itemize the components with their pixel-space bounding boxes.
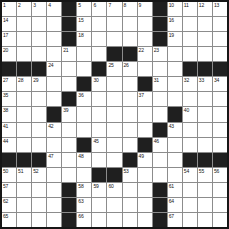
cell-r3c3[interactable] (32, 32, 46, 46)
cell-r5c6[interactable] (77, 62, 91, 76)
black-cell-r5c13 (183, 62, 197, 76)
clue-number-57: 57 (3, 183, 8, 189)
black-cell-r1c11 (153, 2, 167, 16)
clue-number-30: 30 (93, 77, 98, 83)
cell-r6c13[interactable]: 32 (183, 77, 197, 91)
clue-number-48: 48 (78, 153, 83, 159)
cell-r6c11[interactable]: 31 (153, 77, 167, 91)
black-cell-r14c11 (153, 198, 167, 212)
cell-r10c5[interactable] (62, 138, 76, 152)
clue-number-5: 5 (78, 2, 81, 8)
cell-r7c2[interactable] (17, 92, 31, 106)
cell-r13c2[interactable] (17, 183, 31, 197)
cell-r10c1[interactable]: 44 (2, 138, 16, 152)
black-cell-r15c11 (153, 213, 167, 227)
cell-r6c1[interactable]: 27 (2, 77, 16, 91)
black-cell-r4c9 (123, 47, 137, 61)
black-cell-r12c8 (107, 168, 121, 182)
cell-r12c5[interactable] (62, 168, 76, 182)
cell-r12c4[interactable] (47, 168, 61, 182)
cell-r8c1[interactable]: 38 (2, 107, 16, 121)
clue-number-20: 20 (3, 47, 8, 53)
cell-r11c10[interactable]: 49 (138, 153, 152, 167)
clue-number-19: 19 (169, 32, 174, 38)
clue-number-18: 18 (78, 32, 83, 38)
clue-number-37: 37 (139, 92, 144, 98)
clue-number-11: 11 (184, 2, 189, 8)
black-cell-r5c1 (2, 62, 16, 76)
cell-r12c14[interactable]: 55 (198, 168, 212, 182)
cell-r9c12[interactable]: 43 (168, 123, 182, 137)
cell-r15c1[interactable]: 65 (2, 213, 16, 227)
cell-r9c10[interactable] (138, 123, 152, 137)
cell-r14c1[interactable]: 62 (2, 198, 16, 212)
cell-r7c1[interactable]: 35 (2, 92, 16, 106)
clue-number-44: 44 (3, 138, 8, 144)
cell-r3c1[interactable]: 17 (2, 32, 16, 46)
clue-number-56: 56 (214, 168, 219, 174)
cell-r4c14[interactable] (198, 47, 212, 61)
cell-r8c14[interactable] (198, 107, 212, 121)
black-cell-r2c5 (62, 17, 76, 31)
cell-r10c15[interactable] (213, 138, 227, 152)
cell-r11c11[interactable] (153, 153, 167, 167)
black-cell-r8c12 (168, 107, 182, 121)
cell-r10c8[interactable] (107, 138, 121, 152)
clue-number-26: 26 (124, 62, 129, 68)
cell-r1c15[interactable]: 13 (213, 2, 227, 16)
cell-r8c13[interactable]: 40 (183, 107, 197, 121)
clue-number-24: 24 (48, 62, 53, 68)
cell-r10c3[interactable] (32, 138, 46, 152)
cell-r4c11[interactable]: 23 (153, 47, 167, 61)
cell-r3c12[interactable]: 19 (168, 32, 182, 46)
cell-r15c14[interactable] (198, 213, 212, 227)
cell-r7c8[interactable] (107, 92, 121, 106)
cell-r14c4[interactable] (47, 198, 61, 212)
cell-r8c5[interactable]: 39 (62, 107, 76, 121)
cell-r10c11[interactable]: 46 (153, 138, 167, 152)
cell-r5c12[interactable] (168, 62, 182, 76)
cell-r3c14[interactable] (198, 32, 212, 46)
clue-number-39: 39 (63, 107, 68, 113)
black-cell-r12c7 (92, 168, 106, 182)
cell-r11c12[interactable] (168, 153, 182, 167)
clue-number-54: 54 (184, 168, 189, 174)
cell-r8c9[interactable] (123, 107, 137, 121)
cell-r5c11[interactable] (153, 62, 167, 76)
cell-r3c4[interactable] (47, 32, 61, 46)
clue-number-25: 25 (108, 62, 113, 68)
cell-r4c1[interactable]: 20 (2, 47, 16, 61)
cell-r3c10[interactable] (138, 32, 152, 46)
cell-r9c9[interactable] (123, 123, 137, 137)
cell-r3c9[interactable] (123, 32, 137, 46)
cell-r6c12[interactable] (168, 77, 182, 91)
cell-r3c15[interactable] (213, 32, 227, 46)
cell-r8c7[interactable] (92, 107, 106, 121)
clue-number-36: 36 (78, 92, 83, 98)
cell-r3c7[interactable] (92, 32, 106, 46)
cell-r6c4[interactable] (47, 77, 61, 91)
clue-number-23: 23 (154, 47, 159, 53)
cell-r8c15[interactable] (213, 107, 227, 121)
cell-r14c15[interactable] (213, 198, 227, 212)
clue-number-27: 27 (3, 77, 8, 83)
cell-r3c6[interactable]: 18 (77, 32, 91, 46)
cell-r4c3[interactable] (32, 47, 46, 61)
clue-number-49: 49 (139, 153, 144, 159)
black-cell-r6c6 (77, 77, 91, 91)
cell-r6c15[interactable]: 34 (213, 77, 227, 91)
cell-r10c4[interactable] (47, 138, 61, 152)
cell-r11c8[interactable] (107, 153, 121, 167)
cell-r3c2[interactable] (17, 32, 31, 46)
cell-r1c4[interactable]: 4 (47, 2, 61, 16)
black-cell-r8c4 (47, 107, 61, 121)
clue-number-50: 50 (3, 168, 8, 174)
black-cell-r4c8 (107, 47, 121, 61)
cell-r2c2[interactable] (17, 17, 31, 31)
cell-r12c6[interactable] (77, 168, 91, 182)
cell-r2c12[interactable]: 16 (168, 17, 182, 31)
black-cell-r11c9 (123, 153, 137, 167)
cell-r4c15[interactable] (213, 47, 227, 61)
cell-r3c8[interactable] (107, 32, 121, 46)
cell-r15c9[interactable] (123, 213, 137, 227)
cell-r2c9[interactable] (123, 17, 137, 31)
cell-r10c9[interactable] (123, 138, 137, 152)
cell-r6c7[interactable]: 30 (92, 77, 106, 91)
cell-r14c7[interactable] (92, 198, 106, 212)
cell-r15c12[interactable]: 67 (168, 213, 182, 227)
cell-r4c10[interactable]: 22 (138, 47, 152, 61)
black-cell-r11c15 (213, 153, 227, 167)
clue-number-22: 22 (139, 47, 144, 53)
cell-r15c6[interactable]: 66 (77, 213, 91, 227)
black-cell-r11c14 (198, 153, 212, 167)
clue-number-43: 43 (169, 123, 174, 129)
clue-number-17: 17 (3, 32, 8, 38)
cell-r7c15[interactable] (213, 92, 227, 106)
clue-number-63: 63 (78, 198, 83, 204)
clue-number-1: 1 (3, 2, 6, 8)
black-cell-r5c2 (17, 62, 31, 76)
clue-number-40: 40 (184, 107, 189, 113)
cell-r9c6[interactable] (77, 123, 91, 137)
cell-r1c10[interactable]: 9 (138, 2, 152, 16)
cell-r9c7[interactable] (92, 123, 106, 137)
cell-r6c5[interactable] (62, 77, 76, 91)
cell-r9c1[interactable]: 41 (2, 123, 16, 137)
cell-r7c14[interactable] (198, 92, 212, 106)
cell-r8c8[interactable] (107, 107, 121, 121)
clue-number-59: 59 (93, 183, 98, 189)
clue-number-14: 14 (3, 17, 8, 23)
cell-r2c3[interactable] (32, 17, 46, 31)
cell-r6c14[interactable]: 33 (198, 77, 212, 91)
black-cell-r1c5 (62, 2, 76, 16)
clue-number-45: 45 (93, 138, 98, 144)
clue-number-42: 42 (48, 123, 53, 129)
cell-r5c10[interactable] (138, 62, 152, 76)
clue-number-61: 61 (169, 183, 174, 189)
cell-r10c14[interactable] (198, 138, 212, 152)
cell-r11c5[interactable] (62, 153, 76, 167)
cell-r7c12[interactable] (168, 92, 182, 106)
cell-r13c8[interactable]: 60 (107, 183, 121, 197)
clue-number-7: 7 (108, 2, 111, 8)
cell-r13c14[interactable] (198, 183, 212, 197)
clue-number-64: 64 (169, 198, 174, 204)
cell-r1c9[interactable]: 8 (123, 2, 137, 16)
black-cell-r14c5 (62, 198, 76, 212)
cell-r1c14[interactable]: 12 (198, 2, 212, 16)
clue-number-33: 33 (199, 77, 204, 83)
cell-r8c10[interactable] (138, 107, 152, 121)
cell-r5c9[interactable]: 26 (123, 62, 137, 76)
cell-r7c10[interactable]: 37 (138, 92, 152, 106)
cell-r4c4[interactable] (47, 47, 61, 61)
cell-r1c13[interactable]: 11 (183, 2, 197, 16)
cell-r15c2[interactable] (17, 213, 31, 227)
clue-number-8: 8 (124, 2, 127, 8)
cell-r12c10[interactable] (138, 168, 152, 182)
cell-r13c6[interactable]: 58 (77, 183, 91, 197)
cell-r12c3[interactable]: 52 (32, 168, 46, 182)
cell-r4c7[interactable] (92, 47, 106, 61)
clue-number-62: 62 (3, 198, 8, 204)
cell-r9c15[interactable] (213, 123, 227, 137)
clue-number-67: 67 (169, 213, 174, 219)
crossword-board: 1234567891011121314151617181920212223242… (0, 0, 229, 229)
clue-number-60: 60 (108, 183, 113, 189)
cell-r14c12[interactable]: 64 (168, 198, 182, 212)
cell-r1c8[interactable]: 7 (107, 2, 121, 16)
black-cell-r13c11 (153, 183, 167, 197)
cell-r14c3[interactable] (32, 198, 46, 212)
cell-r14c8[interactable] (107, 198, 121, 212)
cell-r9c4[interactable]: 42 (47, 123, 61, 137)
black-cell-r11c1 (2, 153, 16, 167)
cell-r13c13[interactable] (183, 183, 197, 197)
cell-r2c6[interactable]: 15 (77, 17, 91, 31)
black-cell-r9c11 (153, 123, 167, 137)
cell-r2c13[interactable] (183, 17, 197, 31)
black-cell-r6c10 (138, 77, 152, 91)
clue-number-53: 53 (124, 168, 129, 174)
black-cell-r7c5 (62, 92, 76, 106)
clue-number-28: 28 (18, 77, 23, 83)
cell-r6c8[interactable] (107, 77, 121, 91)
cell-r13c7[interactable]: 59 (92, 183, 106, 197)
cell-r7c9[interactable] (123, 92, 137, 106)
cell-r13c1[interactable]: 57 (2, 183, 16, 197)
cell-r8c3[interactable] (32, 107, 46, 121)
clue-number-41: 41 (3, 123, 8, 129)
clue-number-3: 3 (33, 2, 36, 8)
clue-number-12: 12 (199, 2, 204, 8)
black-cell-r5c14 (198, 62, 212, 76)
clue-number-65: 65 (3, 213, 8, 219)
clue-number-52: 52 (33, 168, 38, 174)
black-cell-r3c5 (62, 32, 76, 46)
cell-r15c7[interactable] (92, 213, 106, 227)
clue-number-13: 13 (214, 2, 219, 8)
cell-r2c1[interactable]: 14 (2, 17, 16, 31)
cell-r10c7[interactable]: 45 (92, 138, 106, 152)
cell-r9c5[interactable] (62, 123, 76, 137)
cell-r12c15[interactable]: 56 (213, 168, 227, 182)
black-cell-r13c5 (62, 183, 76, 197)
clue-number-15: 15 (78, 17, 83, 23)
cell-r7c3[interactable] (32, 92, 46, 106)
cell-r9c14[interactable] (198, 123, 212, 137)
clue-number-47: 47 (48, 153, 53, 159)
cell-r13c3[interactable] (32, 183, 46, 197)
clue-number-34: 34 (214, 77, 219, 83)
cell-r15c8[interactable] (107, 213, 121, 227)
cell-r2c14[interactable] (198, 17, 212, 31)
clue-number-10: 10 (169, 2, 174, 8)
cell-r7c13[interactable] (183, 92, 197, 106)
clue-number-32: 32 (184, 77, 189, 83)
cell-r15c13[interactable] (183, 213, 197, 227)
black-cell-r11c3 (32, 153, 46, 167)
cell-r12c9[interactable]: 53 (123, 168, 137, 182)
cell-r7c6[interactable]: 36 (77, 92, 91, 106)
cell-r10c12[interactable] (168, 138, 182, 152)
cell-r1c7[interactable]: 6 (92, 2, 106, 16)
black-cell-r3c11 (153, 32, 167, 46)
black-cell-r5c7 (92, 62, 106, 76)
cell-r15c3[interactable] (32, 213, 46, 227)
cell-r9c2[interactable] (17, 123, 31, 137)
black-cell-r15c5 (62, 213, 76, 227)
clue-number-58: 58 (78, 183, 83, 189)
black-cell-r11c2 (17, 153, 31, 167)
black-cell-r2c11 (153, 17, 167, 31)
clue-number-4: 4 (48, 2, 51, 8)
black-cell-r5c3 (32, 62, 46, 76)
cell-r13c9[interactable] (123, 183, 137, 197)
black-cell-r10c6 (77, 138, 91, 152)
cell-r6c2[interactable]: 28 (17, 77, 31, 91)
cell-r6c3[interactable]: 29 (32, 77, 46, 91)
cell-r2c8[interactable] (107, 17, 121, 31)
cell-r12c2[interactable]: 51 (17, 168, 31, 182)
clue-number-16: 16 (169, 17, 174, 23)
cell-r7c4[interactable] (47, 92, 61, 106)
black-cell-r10c10 (138, 138, 152, 152)
cell-r2c15[interactable] (213, 17, 227, 31)
clue-number-2: 2 (18, 2, 21, 8)
cell-r12c12[interactable] (168, 168, 182, 182)
cell-r9c13[interactable] (183, 123, 197, 137)
cell-r1c6[interactable]: 5 (77, 2, 91, 16)
cell-r14c6[interactable]: 63 (77, 198, 91, 212)
cell-r13c12[interactable]: 61 (168, 183, 182, 197)
cell-r15c4[interactable] (47, 213, 61, 227)
cell-r5c8[interactable]: 25 (107, 62, 121, 76)
cell-r13c15[interactable] (213, 183, 227, 197)
clue-number-9: 9 (139, 2, 142, 8)
cell-r12c1[interactable]: 50 (2, 168, 16, 182)
black-cell-r11c13 (183, 153, 197, 167)
cell-r4c6[interactable] (77, 47, 91, 61)
cell-r2c7[interactable] (92, 17, 106, 31)
clue-number-35: 35 (3, 92, 8, 98)
cell-r4c12[interactable] (168, 47, 182, 61)
cell-r11c4[interactable]: 47 (47, 153, 61, 167)
cell-r1c2[interactable]: 2 (17, 2, 31, 16)
clue-number-6: 6 (93, 2, 96, 8)
cell-r5c4[interactable]: 24 (47, 62, 61, 76)
cell-r14c9[interactable] (123, 198, 137, 212)
cell-r4c2[interactable] (17, 47, 31, 61)
black-cell-r5c15 (213, 62, 227, 76)
cell-r9c3[interactable] (32, 123, 46, 137)
cell-r15c15[interactable] (213, 213, 227, 227)
clue-number-29: 29 (33, 77, 38, 83)
cell-r4c13[interactable] (183, 47, 197, 61)
clue-number-31: 31 (154, 77, 159, 83)
cell-r14c10[interactable] (138, 198, 152, 212)
cell-r8c11[interactable] (153, 107, 167, 121)
cell-r15c10[interactable] (138, 213, 152, 227)
cell-r10c2[interactable] (17, 138, 31, 152)
cell-r2c10[interactable] (138, 17, 152, 31)
cell-r13c10[interactable] (138, 183, 152, 197)
clue-number-55: 55 (199, 168, 204, 174)
clue-number-66: 66 (78, 213, 83, 219)
cell-r13c4[interactable] (47, 183, 61, 197)
clue-number-21: 21 (63, 47, 68, 53)
cell-r12c11[interactable] (153, 168, 167, 182)
clue-number-51: 51 (18, 168, 23, 174)
cell-r3c13[interactable] (183, 32, 197, 46)
clue-number-38: 38 (3, 107, 8, 113)
cell-r14c2[interactable] (17, 198, 31, 212)
cell-r12c13[interactable]: 54 (183, 168, 197, 182)
cell-r7c7[interactable] (92, 92, 106, 106)
cell-r14c14[interactable] (198, 198, 212, 212)
cell-r11c7[interactable] (92, 153, 106, 167)
cell-r9c8[interactable] (107, 123, 121, 137)
cell-r8c6[interactable] (77, 107, 91, 121)
cell-r7c11[interactable] (153, 92, 167, 106)
cell-r14c13[interactable] (183, 198, 197, 212)
cell-r8c2[interactable] (17, 107, 31, 121)
cell-r1c12[interactable]: 10 (168, 2, 182, 16)
cell-r1c3[interactable]: 3 (32, 2, 46, 16)
cell-r11c6[interactable]: 48 (77, 153, 91, 167)
cell-r5c5[interactable] (62, 62, 76, 76)
cell-r6c9[interactable] (123, 77, 137, 91)
cell-r4c5[interactable]: 21 (62, 47, 76, 61)
cell-r2c4[interactable] (47, 17, 61, 31)
clue-number-46: 46 (154, 138, 159, 144)
cell-r1c1[interactable]: 1 (2, 2, 16, 16)
cell-r10c13[interactable] (183, 138, 197, 152)
